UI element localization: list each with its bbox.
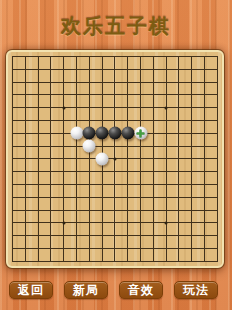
- back-button[interactable]: 返回: [9, 281, 53, 299]
- white-stone: [70, 127, 83, 140]
- black-stone: [108, 127, 121, 140]
- game-screen: 欢乐五子棋 返回 新局 音效 玩法: [0, 0, 232, 310]
- black-stone: [96, 127, 109, 140]
- board-grid[interactable]: [12, 56, 218, 262]
- white-stone: [96, 152, 109, 165]
- white-stone: [83, 140, 96, 153]
- star-point: [165, 221, 168, 224]
- new-game-button[interactable]: 新局: [64, 281, 108, 299]
- black-stone: [83, 127, 96, 140]
- star-point: [62, 221, 65, 224]
- black-stone: [121, 127, 134, 140]
- star-point: [62, 106, 65, 109]
- bottom-toolbar: 返回 新局 音效 玩法: [9, 281, 223, 299]
- gomoku-board[interactable]: [6, 50, 224, 268]
- how-to-play-button[interactable]: 玩法: [174, 281, 218, 299]
- sound-effects-button[interactable]: 音效: [119, 281, 163, 299]
- star-point: [113, 157, 116, 160]
- star-point: [165, 106, 168, 109]
- white-stone: [134, 127, 147, 140]
- app-title: 欢乐五子棋: [0, 0, 232, 40]
